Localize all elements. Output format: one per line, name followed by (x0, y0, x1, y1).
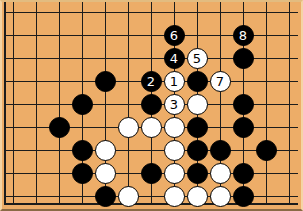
move-number-label: 6 (170, 29, 178, 42)
stone-black (233, 94, 254, 115)
stone-black (141, 163, 162, 184)
stone-black (187, 163, 208, 184)
board-bottom-edge-line (4, 203, 298, 205)
stone-white (95, 163, 116, 184)
stone-white (118, 186, 139, 207)
stone-black (141, 94, 162, 115)
move-5-stone-white: 5 (187, 48, 208, 69)
stone-black (233, 186, 254, 207)
grid-horizontal-line (4, 12, 298, 13)
stone-white (210, 186, 231, 207)
grid-horizontal-line (4, 196, 298, 197)
grid-horizontal-line (4, 58, 298, 59)
stone-black (49, 117, 70, 138)
stone-white (164, 186, 185, 207)
stone-black (95, 71, 116, 92)
stone-white (164, 140, 185, 161)
stone-black (72, 94, 93, 115)
stone-black (210, 140, 231, 161)
go-board: 68452173 (2, 2, 301, 209)
move-1-stone-white: 1 (164, 71, 185, 92)
stone-black (233, 117, 254, 138)
move-number-label: 1 (170, 75, 178, 88)
move-number-label: 2 (147, 75, 155, 88)
stone-black (233, 48, 254, 69)
grid-horizontal-line (4, 35, 298, 36)
stone-white (141, 117, 162, 138)
stone-white (95, 140, 116, 161)
stone-white (164, 117, 185, 138)
stone-black (95, 186, 116, 207)
grid-horizontal-line (4, 150, 298, 151)
move-2-stone-black: 2 (141, 71, 162, 92)
move-number-label: 8 (239, 29, 247, 42)
move-number-label: 4 (170, 52, 178, 65)
stone-black (187, 117, 208, 138)
stone-white (118, 117, 139, 138)
move-number-label: 7 (216, 75, 224, 88)
move-7-stone-white: 7 (210, 71, 231, 92)
move-8-stone-black: 8 (233, 25, 254, 46)
move-number-label: 3 (170, 98, 178, 111)
stone-black (187, 71, 208, 92)
stone-black (233, 163, 254, 184)
stone-white (187, 186, 208, 207)
stone-black (256, 140, 277, 161)
stone-black (72, 140, 93, 161)
stone-white (164, 163, 185, 184)
move-3-stone-white: 3 (164, 94, 185, 115)
stone-black (187, 140, 208, 161)
stone-black (72, 163, 93, 184)
stone-white (210, 163, 231, 184)
move-4-stone-black: 4 (164, 48, 185, 69)
move-number-label: 5 (193, 52, 201, 65)
stone-white (187, 94, 208, 115)
go-diagram-frame: 68452173 (0, 0, 303, 211)
move-6-stone-black: 6 (164, 25, 185, 46)
